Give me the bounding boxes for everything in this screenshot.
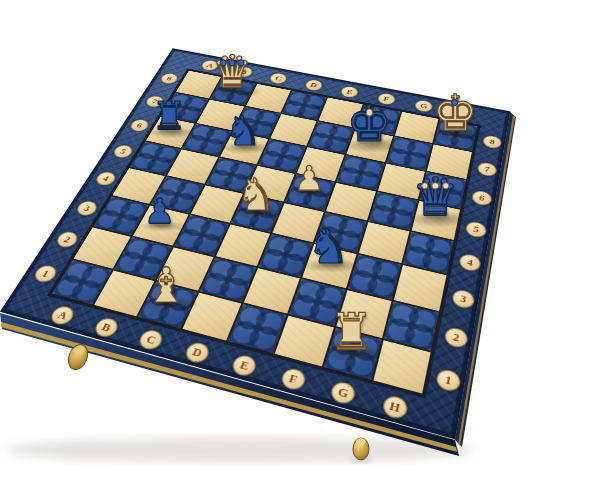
rank-label-left-8: 8 [158, 72, 180, 85]
rank-label-right-1: 1 [435, 367, 462, 393]
photo-stage: AA11BB22CC33DD44EE55FF66GG77HH88 ♛♚♟♞♝♜♚… [0, 0, 600, 480]
file-label-bottom-h: H [381, 394, 410, 422]
piece-white-pawn-e5[interactable]: ♟ [294, 163, 324, 197]
king-icon: ♚ [433, 89, 478, 139]
rank-label-left-3: 3 [74, 199, 100, 217]
piece-blue-knight-f3[interactable]: ♞ [307, 223, 349, 270]
rank-label-right-3: 3 [451, 288, 476, 310]
rook-icon: ♜ [152, 97, 187, 136]
knight-icon: ♞ [236, 173, 276, 218]
rank-label-left-1: 1 [31, 263, 60, 284]
queen-icon: ♛ [412, 172, 459, 225]
piece-white-king-h8[interactable]: ♚ [433, 89, 478, 139]
piece-white-queen-b8[interactable]: ♛ [212, 51, 252, 96]
king-icon: ♚ [346, 99, 391, 149]
file-label-bottom-a: A [48, 304, 78, 327]
piece-blue-pawn-b3[interactable]: ♟ [144, 195, 175, 230]
queen-icon: ♛ [212, 51, 252, 96]
piece-white-bishop-c1[interactable]: ♝ [144, 261, 187, 309]
crown-tip-balls [365, 109, 372, 116]
rank-label-left-2: 2 [53, 230, 80, 249]
knight-icon: ♞ [225, 111, 262, 152]
rank-label-right-6: 6 [471, 189, 493, 207]
rook-icon: ♜ [329, 308, 374, 358]
piece-white-knight-d4[interactable]: ♞ [236, 173, 276, 218]
crown-tip-balls [421, 182, 449, 189]
file-label-bottom-f: F [279, 366, 308, 392]
crown-tip-balls [452, 99, 459, 106]
file-label-bottom-g: G [329, 380, 358, 407]
rank-label-left-5: 5 [111, 143, 135, 159]
crown-tip-balls [220, 59, 245, 65]
file-label-top-c: C [268, 72, 289, 85]
ground-shadow [5, 437, 475, 463]
rank-label-left-4: 4 [93, 170, 118, 187]
pawn-icon: ♟ [294, 163, 324, 197]
rank-label-right-4: 4 [458, 253, 482, 274]
file-label-top-d: D [303, 79, 324, 92]
piece-white-rook-g1[interactable]: ♜ [329, 308, 374, 358]
file-label-bottom-b: B [91, 316, 121, 339]
pawn-icon: ♟ [144, 195, 175, 230]
file-label-bottom-c: C [136, 328, 166, 352]
file-label-bottom-d: D [182, 340, 211, 365]
piece-blue-queen-h5[interactable]: ♛ [412, 172, 459, 225]
file-label-bottom-e: E [230, 353, 259, 378]
piece-blue-knight-c6[interactable]: ♞ [225, 111, 262, 152]
piece-blue-king-f7[interactable]: ♚ [346, 99, 391, 149]
bishop-icon: ♝ [144, 261, 187, 309]
file-label-top-g: G [414, 99, 434, 113]
rank-label-right-7: 7 [476, 161, 497, 178]
knight-icon: ♞ [307, 223, 349, 270]
rank-label-right-2: 2 [443, 326, 469, 350]
piece-blue-rook-a6[interactable]: ♜ [152, 97, 187, 136]
